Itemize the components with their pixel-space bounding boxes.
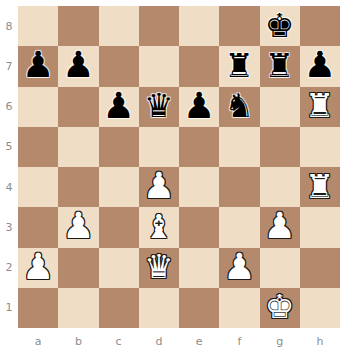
square-c6[interactable]: ♟: [99, 87, 139, 127]
chess-diagram: 87654321 ♚♟♟♜♜♟♟♛♟♞♜♟♜♟♝♟♟♛♟♚ abcdefgh: [0, 0, 351, 354]
square-b7[interactable]: ♟: [58, 46, 98, 86]
file-label-e: e: [179, 328, 219, 354]
square-b3[interactable]: ♟: [58, 207, 98, 247]
square-f4[interactable]: [219, 167, 259, 207]
square-f6[interactable]: ♞: [219, 87, 259, 127]
square-d2[interactable]: ♛: [139, 248, 179, 288]
square-g3[interactable]: ♟: [260, 207, 300, 247]
black-rook-g7[interactable]: ♜: [265, 49, 295, 82]
square-a8[interactable]: [18, 6, 58, 46]
white-bishop-d3[interactable]: ♝: [144, 210, 174, 243]
rank-label-7: 7: [0, 46, 18, 86]
square-a4[interactable]: [18, 167, 58, 207]
square-f5[interactable]: [219, 127, 259, 167]
square-g1[interactable]: ♚: [260, 288, 300, 328]
black-queen-d6[interactable]: ♛: [144, 89, 174, 122]
square-e5[interactable]: [179, 127, 219, 167]
rank-label-1: 1: [0, 288, 18, 328]
black-pawn-b7[interactable]: ♟: [62, 47, 94, 83]
square-a2[interactable]: ♟: [18, 248, 58, 288]
square-d8[interactable]: [139, 6, 179, 46]
square-g4[interactable]: [260, 167, 300, 207]
square-e4[interactable]: [179, 167, 219, 207]
square-a6[interactable]: [18, 87, 58, 127]
square-c4[interactable]: [99, 167, 139, 207]
square-c8[interactable]: [99, 6, 139, 46]
square-e6[interactable]: ♟: [179, 87, 219, 127]
rank-label-4: 4: [0, 167, 18, 207]
black-pawn-a7[interactable]: ♟: [22, 47, 54, 83]
square-b4[interactable]: [58, 167, 98, 207]
square-h8[interactable]: [300, 6, 340, 46]
square-b2[interactable]: [58, 248, 98, 288]
square-h3[interactable]: [300, 207, 340, 247]
black-pawn-h7[interactable]: ♟: [304, 47, 336, 83]
square-e3[interactable]: [179, 207, 219, 247]
white-pawn-d4[interactable]: ♟: [143, 168, 175, 204]
square-a1[interactable]: [18, 288, 58, 328]
white-pawn-a2[interactable]: ♟: [22, 249, 54, 285]
square-f7[interactable]: ♜: [219, 46, 259, 86]
square-c5[interactable]: [99, 127, 139, 167]
square-g5[interactable]: [260, 127, 300, 167]
black-king-g8[interactable]: ♚: [265, 9, 295, 42]
square-e2[interactable]: [179, 248, 219, 288]
square-c1[interactable]: [99, 288, 139, 328]
square-a7[interactable]: ♟: [18, 46, 58, 86]
square-h6[interactable]: ♜: [300, 87, 340, 127]
file-label-a: a: [18, 328, 58, 354]
square-b1[interactable]: [58, 288, 98, 328]
file-labels: abcdefgh: [18, 328, 340, 354]
file-label-g: g: [260, 328, 300, 354]
square-b5[interactable]: [58, 127, 98, 167]
rank-labels: 87654321: [0, 6, 18, 328]
rank-label-6: 6: [0, 87, 18, 127]
black-pawn-e6[interactable]: ♟: [183, 88, 215, 124]
square-h4[interactable]: ♜: [300, 167, 340, 207]
white-pawn-f2[interactable]: ♟: [223, 249, 255, 285]
black-knight-f6[interactable]: ♞: [225, 89, 255, 122]
square-e8[interactable]: [179, 6, 219, 46]
white-king-g1[interactable]: ♚: [265, 290, 295, 323]
square-f2[interactable]: ♟: [219, 248, 259, 288]
file-label-h: h: [300, 328, 340, 354]
square-d4[interactable]: ♟: [139, 167, 179, 207]
square-f3[interactable]: [219, 207, 259, 247]
square-c7[interactable]: [99, 46, 139, 86]
square-g7[interactable]: ♜: [260, 46, 300, 86]
square-f8[interactable]: [219, 6, 259, 46]
rank-label-8: 8: [0, 6, 18, 46]
file-label-b: b: [58, 328, 98, 354]
square-a5[interactable]: [18, 127, 58, 167]
black-pawn-c6[interactable]: ♟: [102, 88, 134, 124]
square-c3[interactable]: [99, 207, 139, 247]
square-d5[interactable]: [139, 127, 179, 167]
square-d6[interactable]: ♛: [139, 87, 179, 127]
white-rook-h4[interactable]: ♜: [305, 170, 335, 203]
square-g6[interactable]: [260, 87, 300, 127]
square-f1[interactable]: [219, 288, 259, 328]
square-h1[interactable]: [300, 288, 340, 328]
rank-label-3: 3: [0, 207, 18, 247]
white-rook-h6[interactable]: ♜: [305, 89, 335, 122]
square-a3[interactable]: [18, 207, 58, 247]
square-e1[interactable]: [179, 288, 219, 328]
square-d1[interactable]: [139, 288, 179, 328]
square-e7[interactable]: [179, 46, 219, 86]
file-label-c: c: [99, 328, 139, 354]
square-d7[interactable]: [139, 46, 179, 86]
square-h7[interactable]: ♟: [300, 46, 340, 86]
white-queen-d2[interactable]: ♛: [144, 250, 174, 283]
file-label-d: d: [139, 328, 179, 354]
white-pawn-g3[interactable]: ♟: [263, 208, 295, 244]
chess-board[interactable]: ♚♟♟♜♜♟♟♛♟♞♜♟♜♟♝♟♟♛♟♚: [18, 6, 340, 328]
square-b8[interactable]: [58, 6, 98, 46]
file-label-f: f: [219, 328, 259, 354]
black-rook-f7[interactable]: ♜: [225, 49, 255, 82]
square-h2[interactable]: [300, 248, 340, 288]
square-c2[interactable]: [99, 248, 139, 288]
square-b6[interactable]: [58, 87, 98, 127]
white-pawn-b3[interactable]: ♟: [62, 208, 94, 244]
square-g8[interactable]: ♚: [260, 6, 300, 46]
square-h5[interactable]: [300, 127, 340, 167]
square-d3[interactable]: ♝: [139, 207, 179, 247]
square-g2[interactable]: [260, 248, 300, 288]
rank-label-5: 5: [0, 127, 18, 167]
rank-label-2: 2: [0, 248, 18, 288]
